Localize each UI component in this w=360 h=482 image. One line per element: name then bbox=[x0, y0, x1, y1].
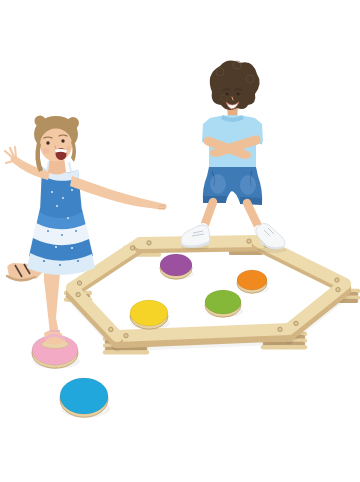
stone-top-green bbox=[205, 290, 241, 314]
screw-icon bbox=[335, 278, 339, 282]
stone-top-orange bbox=[237, 270, 267, 290]
boy bbox=[198, 61, 265, 235]
scene-illustration bbox=[0, 0, 360, 482]
boy-hand-left bbox=[241, 151, 251, 159]
girl-strap-right bbox=[69, 162, 71, 172]
screw-icon bbox=[336, 287, 340, 291]
girl-blush-left bbox=[43, 148, 49, 154]
skirt-dot bbox=[75, 230, 77, 232]
sequin bbox=[51, 191, 53, 193]
boy-leg-left bbox=[205, 202, 213, 224]
girl-blush-right bbox=[67, 146, 72, 151]
screw-icon bbox=[278, 327, 282, 331]
screw-icon bbox=[76, 292, 80, 296]
balance-beam bbox=[117, 329, 289, 336]
stepping-stone-orange bbox=[237, 270, 269, 294]
skirt-dot bbox=[47, 230, 49, 232]
skirt-dot bbox=[61, 234, 63, 236]
stepping-stone-yellow bbox=[130, 300, 170, 330]
skirt-dot bbox=[43, 260, 45, 262]
screw-icon bbox=[124, 333, 128, 337]
stepping-stone-green bbox=[205, 290, 243, 318]
girl-hair-strand-right bbox=[71, 140, 76, 162]
sequin bbox=[56, 205, 58, 207]
boy-denim-fade2 bbox=[240, 175, 256, 195]
stone-top-blue bbox=[60, 378, 108, 414]
stone-top-yellow bbox=[130, 300, 168, 326]
screw-icon bbox=[130, 246, 134, 250]
stepping-stone-blue bbox=[60, 378, 110, 418]
sequin bbox=[71, 189, 73, 191]
screw-icon bbox=[147, 241, 151, 245]
screw-icon bbox=[247, 239, 251, 243]
boy-hand-right bbox=[210, 149, 220, 157]
boy-denim-fade bbox=[210, 174, 226, 194]
skirt-dot bbox=[71, 247, 73, 249]
product-photo bbox=[0, 0, 360, 482]
boy-leg-right bbox=[247, 203, 258, 226]
sequin bbox=[62, 197, 64, 199]
boy-eye-right bbox=[236, 92, 239, 95]
stepping-stone-purple bbox=[160, 254, 194, 280]
boy-eye-left bbox=[225, 92, 228, 95]
screw-icon bbox=[77, 281, 81, 285]
girl-thumb bbox=[6, 161, 13, 163]
screw-icon bbox=[109, 327, 113, 331]
girl-finger bbox=[15, 147, 16, 157]
girl-eye-left bbox=[46, 141, 49, 144]
girl-arm-left bbox=[11, 156, 51, 180]
skirt-dot bbox=[77, 260, 79, 262]
girl-face bbox=[40, 129, 72, 162]
skirt-dot bbox=[59, 264, 61, 266]
skirt-dot bbox=[55, 246, 57, 248]
girl-arm-right bbox=[70, 176, 167, 210]
girl-eye-right bbox=[61, 139, 64, 142]
stone-top-purple bbox=[160, 254, 192, 276]
screw-icon bbox=[294, 321, 298, 325]
balance-beam-frame bbox=[72, 239, 345, 347]
